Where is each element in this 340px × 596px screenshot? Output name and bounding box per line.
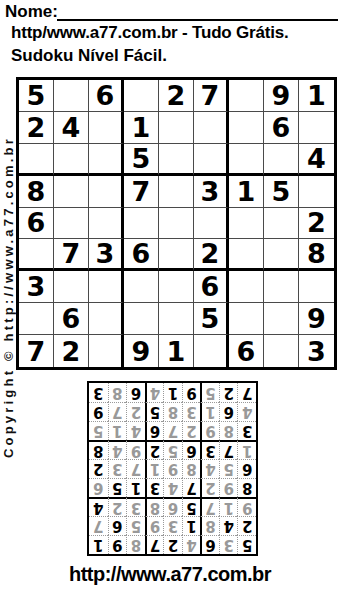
solution-cell: 9: [108, 535, 127, 554]
solution-cell: 7: [237, 383, 256, 402]
solution-cell: 3: [145, 478, 164, 497]
puzzle-cell: 4: [299, 144, 334, 176]
puzzle-cell[interactable]: [159, 303, 194, 335]
puzzle-cell[interactable]: [229, 112, 264, 144]
puzzle-cell[interactable]: [229, 80, 264, 112]
puzzle-cell[interactable]: [229, 144, 264, 176]
puzzle-cell: 8: [299, 239, 334, 271]
solution-cell: 5: [163, 440, 182, 459]
puzzle-cell: 6: [194, 271, 229, 303]
solution-cell: 7: [219, 440, 238, 459]
puzzle-cell[interactable]: [54, 176, 89, 208]
puzzle-cell[interactable]: [194, 112, 229, 144]
solution-cell: 7: [108, 402, 127, 421]
puzzle-cell: 6: [264, 112, 299, 144]
puzzle-cell: 7: [19, 335, 54, 367]
solution-cell: 6: [89, 478, 108, 497]
puzzle-cell[interactable]: [159, 112, 194, 144]
solution-cell: 9: [219, 478, 238, 497]
puzzle-cell: 6: [229, 335, 264, 367]
copyright-vertical-text: Copyright © http://www.a77.com.br: [1, 136, 16, 458]
solution-cell: 5: [145, 402, 164, 421]
puzzle-cell[interactable]: [159, 271, 194, 303]
puzzle-cell[interactable]: [299, 271, 334, 303]
solution-cell: 8: [200, 516, 219, 535]
puzzle-cell: 1: [124, 112, 159, 144]
puzzle-cell[interactable]: [264, 335, 299, 367]
solution-cell: 1: [108, 421, 127, 440]
puzzle-cell: 6: [89, 80, 124, 112]
puzzle-cell: 1: [229, 176, 264, 208]
puzzle-cell: 6: [54, 303, 89, 335]
puzzle-cell[interactable]: [159, 208, 194, 240]
solution-cell: 5: [182, 497, 201, 516]
puzzle-cell[interactable]: [124, 303, 159, 335]
solution-cell: 6: [108, 516, 127, 535]
puzzle-cell[interactable]: [194, 144, 229, 176]
solution-cell: 8: [126, 535, 145, 554]
solution-cell: 4: [219, 516, 238, 535]
solution-cell: 8: [89, 440, 108, 459]
puzzle-cell: 5: [124, 144, 159, 176]
puzzle-cell[interactable]: [194, 208, 229, 240]
puzzle-cell: 4: [54, 112, 89, 144]
solution-cell: 1: [200, 402, 219, 421]
solution-cell: 6: [145, 421, 164, 440]
solution-cell: 3: [200, 440, 219, 459]
solution-cell: 1: [163, 383, 182, 402]
solution-cell: 2: [200, 478, 219, 497]
solution-cell: 7: [200, 497, 219, 516]
solution-cell: 8: [182, 459, 201, 478]
solution-cell: 7: [126, 459, 145, 478]
puzzle-cell[interactable]: [89, 144, 124, 176]
puzzle-cell: 1: [159, 335, 194, 367]
puzzle-cell[interactable]: [124, 271, 159, 303]
solution-cell: 4: [237, 402, 256, 421]
solution-cell: 3: [237, 421, 256, 440]
solution-cell: 9: [163, 459, 182, 478]
puzzle-cell[interactable]: [264, 239, 299, 271]
solution-cell: 3: [89, 383, 108, 402]
puzzle-cell[interactable]: [159, 239, 194, 271]
puzzle-cell: 7: [54, 239, 89, 271]
solution-cell: 4: [145, 383, 164, 402]
solution-cell: 2: [182, 421, 201, 440]
solution-cell: 6: [163, 497, 182, 516]
solution-cell: 3: [163, 516, 182, 535]
puzzle-cell[interactable]: [229, 208, 264, 240]
name-label: Nome:: [5, 2, 58, 22]
puzzle-cell: 3: [299, 335, 334, 367]
puzzle-cell[interactable]: [124, 208, 159, 240]
puzzle-cell[interactable]: [19, 239, 54, 271]
solution-cell: 6: [219, 402, 238, 421]
solution-cell: 4: [182, 535, 201, 554]
solution-cell: 1: [145, 459, 164, 478]
puzzle-cell[interactable]: [89, 303, 124, 335]
solution-cell: 3: [126, 497, 145, 516]
solution-cell: 8: [163, 402, 182, 421]
solution-cell: 5: [126, 516, 145, 535]
solution-cell: 9: [145, 516, 164, 535]
puzzle-cell: 1: [299, 80, 334, 112]
puzzle-cell: 2: [299, 208, 334, 240]
solution-cell: 4: [163, 478, 182, 497]
solution-cell: 8: [237, 478, 256, 497]
solution-cell: 5: [108, 478, 127, 497]
solution-cell: 4: [89, 497, 108, 516]
puzzle-cell[interactable]: [194, 335, 229, 367]
puzzle-cell: 5: [19, 80, 54, 112]
solution-cell: 5: [89, 421, 108, 440]
sudoku-grid: 56279124165487315627362836659729163: [16, 77, 337, 370]
puzzle-cell[interactable]: [229, 303, 264, 335]
sudoku-solution-grid: 5364278912481395679175683248927431566548…: [87, 381, 258, 556]
puzzle-cell: 3: [89, 239, 124, 271]
solution-cell: 1: [89, 535, 108, 554]
puzzle-cell[interactable]: [299, 112, 334, 144]
solution-cell: 4: [108, 440, 127, 459]
puzzle-cell: 2: [159, 80, 194, 112]
solution-cell: 2: [108, 497, 127, 516]
solution-cell: 9: [182, 383, 201, 402]
solution-cell: 3: [108, 459, 127, 478]
puzzle-cell[interactable]: [89, 271, 124, 303]
solution-cell: 1: [237, 440, 256, 459]
solution-cell: 8: [145, 497, 164, 516]
solution-cell: 2: [163, 535, 182, 554]
solution-cell: 2: [219, 383, 238, 402]
puzzle-cell[interactable]: [264, 208, 299, 240]
puzzle-cell: 9: [299, 303, 334, 335]
solution-cell: 9: [200, 421, 219, 440]
solution-cell: 2: [145, 440, 164, 459]
puzzle-cell: 9: [124, 335, 159, 367]
puzzle-cell: 8: [19, 176, 54, 208]
puzzle-cell: 7: [124, 176, 159, 208]
solution-cell: 2: [89, 459, 108, 478]
puzzle-cell[interactable]: [54, 80, 89, 112]
solution-cell: 3: [182, 402, 201, 421]
solution-cell: 6: [126, 383, 145, 402]
puzzle-cell[interactable]: [89, 176, 124, 208]
puzzle-cell[interactable]: [54, 144, 89, 176]
puzzle-cell: 2: [54, 335, 89, 367]
solution-cell: 7: [163, 421, 182, 440]
puzzle-cell[interactable]: [89, 335, 124, 367]
puzzle-cell[interactable]: [264, 144, 299, 176]
solution-cell: 8: [219, 421, 238, 440]
solution-cell: 6: [200, 535, 219, 554]
puzzle-cell[interactable]: [19, 144, 54, 176]
page: Nome: http/www.a77.com.br - Tudo Grátis.…: [0, 0, 340, 596]
puzzle-cell: 7: [194, 80, 229, 112]
puzzle-cell[interactable]: [89, 208, 124, 240]
solution-cell: 8: [108, 383, 127, 402]
solution-cell: 7: [182, 478, 201, 497]
puzzle-cell[interactable]: [229, 239, 264, 271]
puzzle-cell[interactable]: [229, 271, 264, 303]
solution-cell: 9: [89, 402, 108, 421]
puzzle-cell[interactable]: [54, 271, 89, 303]
puzzle-cell: 6: [19, 208, 54, 240]
solution-cell: 9: [237, 497, 256, 516]
puzzle-cell[interactable]: [159, 144, 194, 176]
solution-cell: 2: [126, 402, 145, 421]
puzzle-cell[interactable]: [299, 176, 334, 208]
solution-cell: 5: [237, 535, 256, 554]
solution-cell: 6: [237, 459, 256, 478]
site-headline: http/www.a77.com.br - Tudo Grátis.: [11, 23, 289, 43]
puzzle-cell[interactable]: [19, 303, 54, 335]
puzzle-cell[interactable]: [159, 176, 194, 208]
solution-cell: 6: [182, 440, 201, 459]
solution-cell: 1: [182, 516, 201, 535]
solution-cell: 3: [219, 535, 238, 554]
solution-cell: 2: [237, 516, 256, 535]
puzzle-cell: 5: [194, 303, 229, 335]
puzzle-cell[interactable]: [54, 208, 89, 240]
solution-cell: 7: [89, 516, 108, 535]
puzzle-cell: 3: [19, 271, 54, 303]
puzzle-cell: 3: [194, 176, 229, 208]
solution-cell: 5: [219, 459, 238, 478]
puzzle-cell[interactable]: [124, 80, 159, 112]
puzzle-cell: 5: [264, 176, 299, 208]
footer-url: http://www.a77.com.br: [0, 563, 340, 586]
difficulty-label: Sudoku Nível Fácil.: [11, 46, 167, 66]
solution-cell: 1: [219, 497, 238, 516]
puzzle-cell[interactable]: [264, 303, 299, 335]
puzzle-cell: 2: [194, 239, 229, 271]
name-input-line[interactable]: [57, 19, 338, 21]
solution-cell: 5: [200, 383, 219, 402]
solution-cell: 4: [200, 459, 219, 478]
solution-cell: 7: [145, 535, 164, 554]
solution-cell: 4: [126, 421, 145, 440]
puzzle-cell: 6: [124, 239, 159, 271]
puzzle-cell: 2: [19, 112, 54, 144]
puzzle-cell: 9: [264, 80, 299, 112]
puzzle-cell[interactable]: [89, 112, 124, 144]
solution-cell: 9: [126, 440, 145, 459]
puzzle-cell[interactable]: [264, 271, 299, 303]
solution-cell: 1: [126, 478, 145, 497]
